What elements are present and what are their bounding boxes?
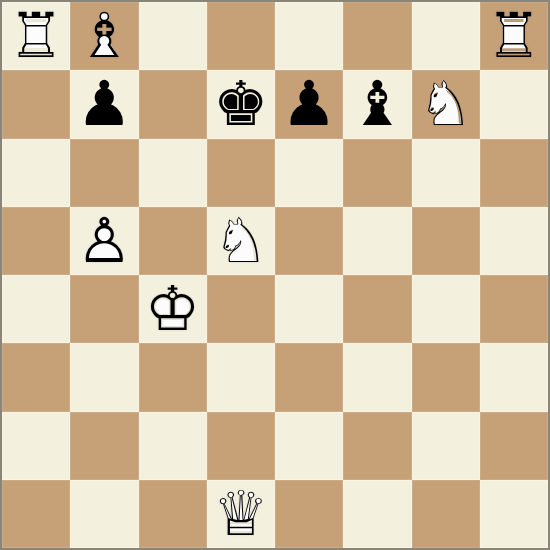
square-h4[interactable]: [480, 275, 548, 343]
square-f8[interactable]: [343, 2, 411, 70]
square-b3[interactable]: [70, 343, 138, 411]
square-a5[interactable]: [2, 207, 70, 275]
square-h1[interactable]: [480, 480, 548, 548]
square-c4[interactable]: ♚♔: [139, 275, 207, 343]
square-h6[interactable]: [480, 139, 548, 207]
square-f6[interactable]: [343, 139, 411, 207]
square-b2[interactable]: [70, 412, 138, 480]
white-knight[interactable]: ♞♘: [412, 70, 480, 138]
white-rook[interactable]: ♜♖: [480, 2, 548, 70]
white-bishop[interactable]: ♝♗: [70, 2, 138, 70]
square-a8[interactable]: ♜♖: [2, 2, 70, 70]
black-king[interactable]: ♚: [207, 70, 275, 138]
square-e3[interactable]: [275, 343, 343, 411]
piece-outline: ♖: [480, 2, 548, 70]
black-pawn[interactable]: ♟: [70, 70, 138, 138]
square-d8[interactable]: [207, 2, 275, 70]
square-d2[interactable]: [207, 412, 275, 480]
square-c5[interactable]: [139, 207, 207, 275]
white-pawn[interactable]: ♟♙: [70, 207, 138, 275]
square-h3[interactable]: [480, 343, 548, 411]
piece-outline: ♕: [207, 480, 275, 548]
white-queen[interactable]: ♛♕: [207, 480, 275, 548]
square-g2[interactable]: [412, 412, 480, 480]
square-e5[interactable]: [275, 207, 343, 275]
square-a2[interactable]: [2, 412, 70, 480]
square-a7[interactable]: [2, 70, 70, 138]
square-g8[interactable]: [412, 2, 480, 70]
square-a6[interactable]: [2, 139, 70, 207]
square-f4[interactable]: [343, 275, 411, 343]
square-b1[interactable]: [70, 480, 138, 548]
square-d6[interactable]: [207, 139, 275, 207]
square-h2[interactable]: [480, 412, 548, 480]
piece-outline: ♙: [70, 207, 138, 275]
square-e1[interactable]: [275, 480, 343, 548]
square-g6[interactable]: [412, 139, 480, 207]
square-f2[interactable]: [343, 412, 411, 480]
square-d3[interactable]: [207, 343, 275, 411]
square-c7[interactable]: [139, 70, 207, 138]
white-king[interactable]: ♚♔: [139, 275, 207, 343]
white-knight[interactable]: ♞♘: [207, 207, 275, 275]
piece-outline: ♘: [207, 207, 275, 275]
piece-body: ♟: [275, 70, 343, 138]
square-f1[interactable]: [343, 480, 411, 548]
black-bishop[interactable]: ♝: [343, 70, 411, 138]
piece-outline: ♔: [139, 275, 207, 343]
square-b5[interactable]: ♟♙: [70, 207, 138, 275]
square-e6[interactable]: [275, 139, 343, 207]
piece-body: ♝: [343, 70, 411, 138]
square-c8[interactable]: [139, 2, 207, 70]
square-b6[interactable]: [70, 139, 138, 207]
square-b7[interactable]: ♟: [70, 70, 138, 138]
square-d5[interactable]: ♞♘: [207, 207, 275, 275]
square-e8[interactable]: [275, 2, 343, 70]
square-h5[interactable]: [480, 207, 548, 275]
square-c1[interactable]: [139, 480, 207, 548]
white-rook[interactable]: ♜♖: [2, 2, 70, 70]
square-b8[interactable]: ♝♗: [70, 2, 138, 70]
square-f3[interactable]: [343, 343, 411, 411]
square-g1[interactable]: [412, 480, 480, 548]
piece-body: ♟: [70, 70, 138, 138]
piece-body: ♚: [207, 70, 275, 138]
square-h7[interactable]: [480, 70, 548, 138]
square-g4[interactable]: [412, 275, 480, 343]
square-d4[interactable]: [207, 275, 275, 343]
square-b4[interactable]: [70, 275, 138, 343]
square-a3[interactable]: [2, 343, 70, 411]
square-a1[interactable]: [2, 480, 70, 548]
square-c2[interactable]: [139, 412, 207, 480]
chess-board: ♜♖♝♗♜♖♟♚♟♝♞♘♟♙♞♘♚♔♛♕: [0, 0, 550, 550]
square-g3[interactable]: [412, 343, 480, 411]
piece-outline: ♖: [2, 2, 70, 70]
square-g5[interactable]: [412, 207, 480, 275]
piece-outline: ♘: [412, 70, 480, 138]
square-c6[interactable]: [139, 139, 207, 207]
square-f7[interactable]: ♝: [343, 70, 411, 138]
square-e2[interactable]: [275, 412, 343, 480]
square-a4[interactable]: [2, 275, 70, 343]
black-pawn[interactable]: ♟: [275, 70, 343, 138]
square-d7[interactable]: ♚: [207, 70, 275, 138]
square-f5[interactable]: [343, 207, 411, 275]
piece-outline: ♗: [70, 2, 138, 70]
square-c3[interactable]: [139, 343, 207, 411]
square-h8[interactable]: ♜♖: [480, 2, 548, 70]
square-e4[interactable]: [275, 275, 343, 343]
square-e7[interactable]: ♟: [275, 70, 343, 138]
square-g7[interactable]: ♞♘: [412, 70, 480, 138]
square-d1[interactable]: ♛♕: [207, 480, 275, 548]
